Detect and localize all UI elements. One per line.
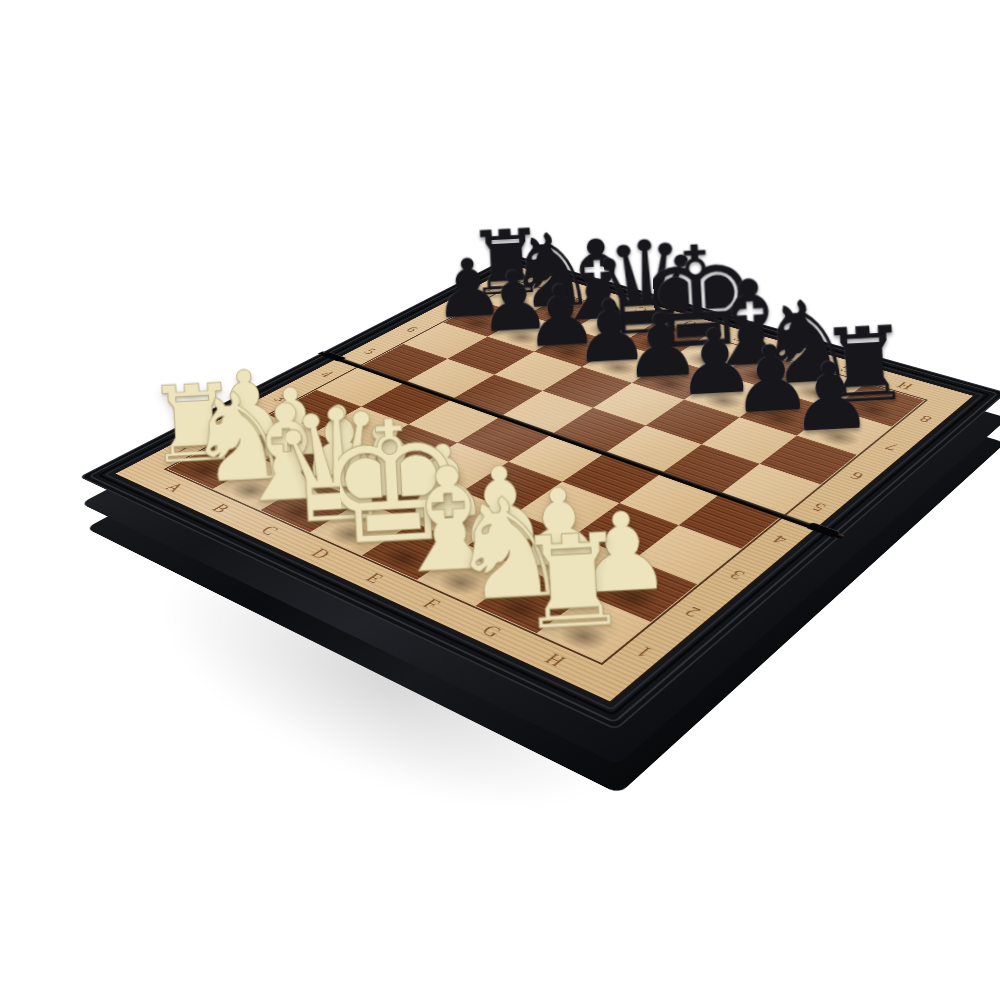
square-h5	[720, 464, 820, 516]
square-e4	[509, 434, 606, 482]
square-f3	[517, 482, 619, 535]
rank-label-right: 6	[824, 456, 890, 496]
square-h3	[634, 525, 741, 584]
square-f4	[562, 453, 661, 503]
square-e3	[463, 462, 563, 513]
rank-label-right: 3	[700, 551, 775, 599]
square-f5	[605, 425, 701, 472]
rank-label-right: 1	[604, 624, 686, 679]
file-label-near: A	[139, 470, 211, 505]
rank-label-right: 2	[654, 586, 732, 637]
rank-label-right: 7	[860, 428, 924, 466]
square-g4	[619, 473, 720, 526]
square-g3	[574, 503, 678, 559]
square-h4	[678, 494, 782, 549]
square-d3	[411, 443, 509, 492]
product-photo: AABBCCDDEEFFGGHH1122334455667788 ♜♞♝♛♚♝♞…	[0, 0, 1000, 1000]
square-g5	[661, 444, 759, 493]
